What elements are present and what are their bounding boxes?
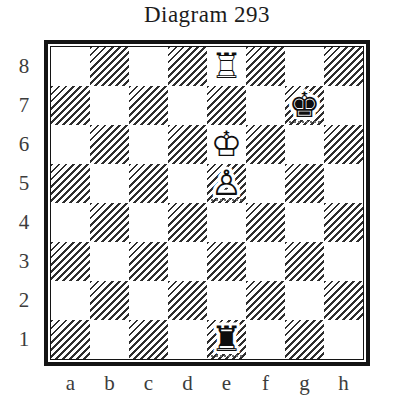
- rank-label-8: 8: [12, 47, 36, 86]
- file-label-c: c: [129, 369, 168, 397]
- square-e4[interactable]: [207, 203, 246, 242]
- square-d2[interactable]: [168, 281, 207, 320]
- square-f2[interactable]: [246, 281, 285, 320]
- square-b6[interactable]: [90, 125, 129, 164]
- square-b7[interactable]: [90, 86, 129, 125]
- square-g7[interactable]: ♚: [285, 86, 324, 125]
- square-e7[interactable]: [207, 86, 246, 125]
- square-c7[interactable]: [129, 86, 168, 125]
- white-pawn-e5: ♙: [211, 164, 242, 203]
- square-b2[interactable]: [90, 281, 129, 320]
- square-c8[interactable]: [129, 47, 168, 86]
- square-f8[interactable]: [246, 47, 285, 86]
- square-b8[interactable]: [90, 47, 129, 86]
- square-g2[interactable]: [285, 281, 324, 320]
- white-king-e6: ♔: [211, 125, 242, 164]
- square-e1[interactable]: ♜: [207, 320, 246, 359]
- square-g1[interactable]: [285, 320, 324, 359]
- square-h5[interactable]: [324, 164, 363, 203]
- square-f3[interactable]: [246, 242, 285, 281]
- square-d1[interactable]: [168, 320, 207, 359]
- board: ♖♚♔♙♜: [50, 46, 364, 360]
- square-c3[interactable]: [129, 242, 168, 281]
- square-f5[interactable]: [246, 164, 285, 203]
- square-f6[interactable]: [246, 125, 285, 164]
- square-f7[interactable]: [246, 86, 285, 125]
- square-g8[interactable]: [285, 47, 324, 86]
- black-king-g7: ♚: [289, 86, 320, 125]
- white-rook-e8: ♖: [211, 47, 242, 86]
- square-a1[interactable]: [51, 320, 90, 359]
- square-d4[interactable]: [168, 203, 207, 242]
- rank-label-5: 5: [12, 164, 36, 203]
- square-e6[interactable]: ♔: [207, 125, 246, 164]
- file-label-e: e: [207, 369, 246, 397]
- square-b1[interactable]: [90, 320, 129, 359]
- square-c4[interactable]: [129, 203, 168, 242]
- square-d5[interactable]: [168, 164, 207, 203]
- square-g5[interactable]: [285, 164, 324, 203]
- rank-label-4: 4: [12, 203, 36, 242]
- square-d6[interactable]: [168, 125, 207, 164]
- rank-label-7: 7: [12, 86, 36, 125]
- square-e3[interactable]: [207, 242, 246, 281]
- square-f4[interactable]: [246, 203, 285, 242]
- square-c1[interactable]: [129, 320, 168, 359]
- square-e2[interactable]: [207, 281, 246, 320]
- square-h1[interactable]: [324, 320, 363, 359]
- square-d3[interactable]: [168, 242, 207, 281]
- square-a2[interactable]: [51, 281, 90, 320]
- square-b3[interactable]: [90, 242, 129, 281]
- file-label-h: h: [324, 369, 363, 397]
- rank-label-2: 2: [12, 281, 36, 320]
- square-a7[interactable]: [51, 86, 90, 125]
- rank-label-3: 3: [12, 242, 36, 281]
- square-h6[interactable]: [324, 125, 363, 164]
- square-d8[interactable]: [168, 47, 207, 86]
- square-a6[interactable]: [51, 125, 90, 164]
- square-h4[interactable]: [324, 203, 363, 242]
- square-d7[interactable]: [168, 86, 207, 125]
- square-c2[interactable]: [129, 281, 168, 320]
- square-e5[interactable]: ♙: [207, 164, 246, 203]
- file-label-b: b: [90, 369, 129, 397]
- square-c5[interactable]: [129, 164, 168, 203]
- black-rook-e1: ♜: [211, 320, 242, 359]
- square-b5[interactable]: [90, 164, 129, 203]
- square-a3[interactable]: [51, 242, 90, 281]
- board-frame: ♖♚♔♙♜: [44, 40, 370, 366]
- file-label-f: f: [246, 369, 285, 397]
- rank-label-6: 6: [12, 125, 36, 164]
- file-label-a: a: [51, 369, 90, 397]
- rank-labels: 87654321: [12, 47, 36, 359]
- square-h3[interactable]: [324, 242, 363, 281]
- file-labels: abcdefgh: [51, 369, 363, 397]
- square-g6[interactable]: [285, 125, 324, 164]
- square-a4[interactable]: [51, 203, 90, 242]
- file-label-g: g: [285, 369, 324, 397]
- square-a8[interactable]: [51, 47, 90, 86]
- square-c6[interactable]: [129, 125, 168, 164]
- square-h2[interactable]: [324, 281, 363, 320]
- diagram-title: Diagram 293: [44, 2, 370, 28]
- square-h7[interactable]: [324, 86, 363, 125]
- square-g3[interactable]: [285, 242, 324, 281]
- square-b4[interactable]: [90, 203, 129, 242]
- file-label-d: d: [168, 369, 207, 397]
- square-a5[interactable]: [51, 164, 90, 203]
- square-f1[interactable]: [246, 320, 285, 359]
- square-h8[interactable]: [324, 47, 363, 86]
- square-e8[interactable]: ♖: [207, 47, 246, 86]
- rank-label-1: 1: [12, 320, 36, 359]
- square-g4[interactable]: [285, 203, 324, 242]
